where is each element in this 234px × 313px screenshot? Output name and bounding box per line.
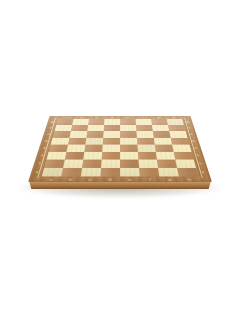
file-labels-near: abcdefgh [40,177,200,181]
square-r6c1 [63,160,83,168]
square-r3c5 [137,138,155,145]
coordinate-label: h [179,177,200,181]
chess-board: abcdefgh abcdefgh 87654321 87654321 [28,116,212,182]
coordinate-label: f [135,116,151,118]
square-r3c7 [171,138,190,145]
square-r7c0 [42,168,63,177]
square-r4c0 [49,145,68,152]
square-r4c4 [120,145,138,152]
square-r5c2 [83,152,102,160]
square-r5c5 [138,152,157,160]
coordinate-label: e [120,177,140,181]
square-r7c5 [139,168,159,177]
square-r4c5 [137,145,155,152]
coordinate-label: g [151,116,167,118]
coordinate-label: 5 [189,138,199,145]
square-r5c0 [46,152,66,160]
square-r5c6 [156,152,176,160]
coordinate-label: g [159,177,180,181]
square-r6c3 [101,160,120,168]
coordinate-label: 4 [191,145,201,152]
square-r3c6 [154,138,172,145]
square-r7c4 [120,168,140,177]
square-r3c2 [85,138,103,145]
square-r7c6 [158,168,179,177]
coordinate-label: a [58,116,74,118]
coordinate-label: a [40,177,61,181]
square-r6c4 [120,160,139,168]
square-r4c7 [172,145,191,152]
coordinate-label: e [120,116,135,118]
playing-field [42,119,199,176]
square-r4c3 [102,145,120,152]
board-front-edge [28,181,212,189]
square-r3c3 [103,138,120,145]
coordinate-label: d [100,177,120,181]
coordinate-label: f [140,177,160,181]
square-r6c6 [157,160,177,168]
square-r6c0 [44,160,65,168]
square-r5c7 [174,152,194,160]
coordinate-label: d [105,116,120,118]
coordinate-label: 1 [197,168,208,177]
square-r7c1 [61,168,82,177]
square-r4c2 [84,145,102,152]
coordinate-label: b [60,177,81,181]
square-r4c6 [155,145,174,152]
square-r5c4 [120,152,138,160]
square-r7c7 [177,168,198,177]
square-r3c1 [68,138,86,145]
square-r3c0 [51,138,70,145]
square-r6c5 [138,160,158,168]
square-r6c7 [175,160,196,168]
square-r5c3 [102,152,120,160]
coordinate-label: c [89,116,105,118]
square-r2c6 [153,131,171,137]
square-r3c4 [120,138,137,145]
coordinate-label: b [74,116,90,118]
coordinate-label: 2 [195,160,206,168]
coordinate-label: 3 [193,152,204,160]
file-labels-far: abcdefgh [58,116,182,118]
square-r7c2 [81,168,101,177]
product-photo-scene: abcdefgh abcdefgh 87654321 87654321 [0,0,234,313]
square-r4c1 [66,145,85,152]
coordinate-label: c [80,177,100,181]
square-r5c1 [65,152,85,160]
square-r0c7 [167,119,184,125]
square-r1c3 [104,125,120,131]
coordinate-label: h [166,116,182,118]
square-r0c0 [56,119,73,125]
square-r6c2 [82,160,102,168]
square-r7c3 [100,168,120,177]
